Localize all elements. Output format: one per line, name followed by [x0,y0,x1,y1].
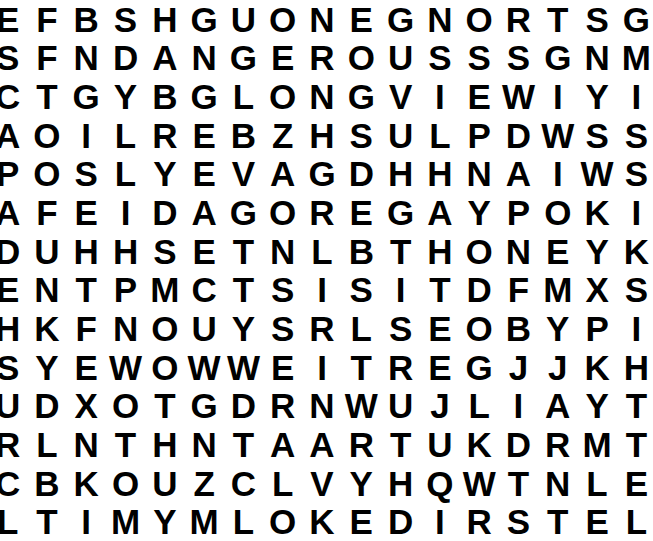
cell-r4c15[interactable]: W [538,116,577,155]
cell-r12c3[interactable]: N [67,425,106,464]
cell-r7c12[interactable]: H [420,232,459,271]
cell-r14c2[interactable]: T [27,502,66,541]
cell-r7c4[interactable]: H [106,232,145,271]
cell-r7c9[interactable]: L [302,232,341,271]
cell-r12c13[interactable]: K [460,425,499,464]
cell-r14c14[interactable]: S [499,502,538,541]
cell-r5c6[interactable]: E [184,155,223,194]
cell-r5c15[interactable]: I [538,155,577,194]
cell-r4c13[interactable]: P [460,116,499,155]
cell-r9c11[interactable]: S [381,309,420,348]
cell-r12c14[interactable]: D [499,425,538,464]
cell-r2c8[interactable]: E [263,39,302,78]
cell-r4c7[interactable]: B [224,116,263,155]
cell-r6c7[interactable]: G [224,193,263,232]
cell-r13c10[interactable]: Y [342,464,381,503]
cell-r14c3[interactable]: I [67,502,106,541]
cell-r13c16[interactable]: L [577,464,616,503]
cell-r8c4[interactable]: P [106,270,145,309]
cell-r1c13[interactable]: O [460,0,499,39]
cell-r9c9[interactable]: R [302,309,341,348]
cell-r12c7[interactable]: T [224,425,263,464]
cell-r14c8[interactable]: O [263,502,302,541]
cell-r8c9[interactable]: I [302,270,341,309]
cell-r9c12[interactable]: E [420,309,459,348]
cell-r10c10[interactable]: T [342,348,381,387]
cell-r9c10[interactable]: L [342,309,381,348]
cell-r12c16[interactable]: M [577,425,616,464]
cell-r14c7[interactable]: L [224,502,263,541]
cell-r10c2[interactable]: Y [27,348,66,387]
cell-r7c5[interactable]: S [145,232,184,271]
cell-r14c17[interactable]: L [617,502,653,541]
cell-r13c11[interactable]: H [381,464,420,503]
cell-r3c1[interactable]: C [0,77,27,116]
cell-r2c5[interactable]: A [145,39,184,78]
cell-r3c8[interactable]: O [263,77,302,116]
cell-r1c16[interactable]: S [577,0,616,39]
cell-r13c3[interactable]: K [67,464,106,503]
cell-r13c6[interactable]: Z [184,464,223,503]
cell-r2c1[interactable]: S [0,39,27,78]
cell-r11c11[interactable]: U [381,386,420,425]
cell-r13c1[interactable]: C [0,464,27,503]
cell-r6c15[interactable]: O [538,193,577,232]
cell-r6c10[interactable]: E [342,193,381,232]
cell-r8c17[interactable]: S [617,270,653,309]
cell-r4c8[interactable]: Z [263,116,302,155]
cell-r4c9[interactable]: H [302,116,341,155]
cell-r5c3[interactable]: S [67,155,106,194]
cell-r8c16[interactable]: X [577,270,616,309]
cell-r3c5[interactable]: B [145,77,184,116]
cell-r11c4[interactable]: O [106,386,145,425]
cell-r12c15[interactable]: R [538,425,577,464]
cell-r7c15[interactable]: E [538,232,577,271]
cell-r13c12[interactable]: Q [420,464,459,503]
cell-r8c10[interactable]: S [342,270,381,309]
cell-r3c2[interactable]: T [27,77,66,116]
cell-r11c10[interactable]: W [342,386,381,425]
cell-r9c4[interactable]: N [106,309,145,348]
cell-r4c12[interactable]: L [420,116,459,155]
cell-r8c15[interactable]: M [538,270,577,309]
cell-r4c4[interactable]: L [106,116,145,155]
cell-r1c7[interactable]: U [224,0,263,39]
cell-r11c8[interactable]: R [263,386,302,425]
cell-r12c10[interactable]: R [342,425,381,464]
cell-r10c11[interactable]: R [381,348,420,387]
cell-r11c16[interactable]: Y [577,386,616,425]
cell-r1c2[interactable]: F [27,0,66,39]
cell-r10c15[interactable]: J [538,348,577,387]
cell-r9c7[interactable]: Y [224,309,263,348]
cell-r9c15[interactable]: Y [538,309,577,348]
cell-r6c11[interactable]: G [381,193,420,232]
cell-r12c4[interactable]: T [106,425,145,464]
cell-r7c2[interactable]: U [27,232,66,271]
cell-r7c8[interactable]: N [263,232,302,271]
cell-r3c7[interactable]: L [224,77,263,116]
cell-r6c4[interactable]: I [106,193,145,232]
cell-r14c12[interactable]: I [420,502,459,541]
cell-r4c1[interactable]: A [0,116,27,155]
cell-r4c17[interactable]: S [617,116,653,155]
cell-r9c8[interactable]: S [263,309,302,348]
cell-r5c1[interactable]: P [0,155,27,194]
cell-r12c1[interactable]: R [0,425,27,464]
cell-r11c1[interactable]: U [0,386,27,425]
cell-r2c13[interactable]: S [460,39,499,78]
cell-r13c9[interactable]: V [302,464,341,503]
cell-r9c16[interactable]: P [577,309,616,348]
cell-r14c10[interactable]: E [342,502,381,541]
cell-r9c5[interactable]: O [145,309,184,348]
cell-r1c5[interactable]: H [145,0,184,39]
cell-r12c6[interactable]: N [184,425,223,464]
cell-r5c8[interactable]: A [263,155,302,194]
cell-r2c15[interactable]: G [538,39,577,78]
cell-r2c2[interactable]: F [27,39,66,78]
cell-r13c13[interactable]: W [460,464,499,503]
cell-r10c5[interactable]: O [145,348,184,387]
cell-r6c3[interactable]: E [67,193,106,232]
cell-r5c11[interactable]: H [381,155,420,194]
word-search-board: EFBSHGUONEGNORTSGSFNDANGEROUSSSGNMCTGYBG… [0,0,653,541]
cell-r13c17[interactable]: E [617,464,653,503]
cell-r8c8[interactable]: S [263,270,302,309]
cell-r2c16[interactable]: N [577,39,616,78]
cell-r2c4[interactable]: D [106,39,145,78]
cell-r4c6[interactable]: E [184,116,223,155]
cell-r13c7[interactable]: C [224,464,263,503]
cell-r3c15[interactable]: I [538,77,577,116]
cell-r14c13[interactable]: R [460,502,499,541]
cell-r3c13[interactable]: E [460,77,499,116]
cell-r2c9[interactable]: R [302,39,341,78]
cell-r5c9[interactable]: G [302,155,341,194]
cell-r14c11[interactable]: D [381,502,420,541]
cell-r6c13[interactable]: Y [460,193,499,232]
cell-r11c14[interactable]: I [499,386,538,425]
cell-r5c16[interactable]: W [577,155,616,194]
cell-r12c17[interactable]: T [617,425,653,464]
cell-r6c1[interactable]: A [0,193,27,232]
cell-r5c10[interactable]: D [342,155,381,194]
cell-r13c15[interactable]: N [538,464,577,503]
cell-r10c1[interactable]: S [0,348,27,387]
cell-r8c7[interactable]: T [224,270,263,309]
cell-r9c2[interactable]: K [27,309,66,348]
cell-r14c16[interactable]: E [577,502,616,541]
cell-r2c7[interactable]: G [224,39,263,78]
cell-r2c12[interactable]: S [420,39,459,78]
cell-r8c12[interactable]: T [420,270,459,309]
cell-r12c5[interactable]: H [145,425,184,464]
cell-r6c16[interactable]: K [577,193,616,232]
cell-r3c16[interactable]: Y [577,77,616,116]
cell-r9c17[interactable]: I [617,309,653,348]
cell-r10c16[interactable]: K [577,348,616,387]
cell-r10c4[interactable]: W [106,348,145,387]
cell-r6c17[interactable]: I [617,193,653,232]
cell-r7c14[interactable]: N [499,232,538,271]
cell-r6c9[interactable]: R [302,193,341,232]
cell-r6c8[interactable]: O [263,193,302,232]
cell-r12c2[interactable]: L [27,425,66,464]
cell-r8c11[interactable]: I [381,270,420,309]
cell-r10c17[interactable]: H [617,348,653,387]
cell-r4c2[interactable]: O [27,116,66,155]
cell-r5c12[interactable]: H [420,155,459,194]
cell-r1c9[interactable]: N [302,0,341,39]
cell-r14c9[interactable]: K [302,502,341,541]
cell-r4c3[interactable]: I [67,116,106,155]
cell-r12c12[interactable]: U [420,425,459,464]
cell-r8c6[interactable]: C [184,270,223,309]
cell-r11c9[interactable]: N [302,386,341,425]
cell-r4c5[interactable]: R [145,116,184,155]
cell-r12c8[interactable]: A [263,425,302,464]
cell-r5c2[interactable]: O [27,155,66,194]
cell-r11c15[interactable]: A [538,386,577,425]
cell-r7c3[interactable]: H [67,232,106,271]
cell-r4c14[interactable]: D [499,116,538,155]
cell-r10c7[interactable]: W [224,348,263,387]
cell-r7c11[interactable]: T [381,232,420,271]
cell-r6c6[interactable]: A [184,193,223,232]
cell-r13c4[interactable]: O [106,464,145,503]
cell-r3c14[interactable]: W [499,77,538,116]
cell-r8c14[interactable]: F [499,270,538,309]
cell-r10c13[interactable]: G [460,348,499,387]
cell-r7c10[interactable]: B [342,232,381,271]
cell-r1c10[interactable]: E [342,0,381,39]
cell-r1c15[interactable]: T [538,0,577,39]
cell-r1c1[interactable]: E [0,0,27,39]
cell-r4c16[interactable]: S [577,116,616,155]
cell-r11c17[interactable]: T [617,386,653,425]
cell-r2c6[interactable]: N [184,39,223,78]
cell-r9c1[interactable]: H [0,309,27,348]
cell-r3c3[interactable]: G [67,77,106,116]
cell-r14c6[interactable]: M [184,502,223,541]
cell-r6c14[interactable]: P [499,193,538,232]
cell-r13c8[interactable]: L [263,464,302,503]
cell-r2c10[interactable]: O [342,39,381,78]
cell-r7c17[interactable]: K [617,232,653,271]
cell-r3c17[interactable]: I [617,77,653,116]
cell-r5c7[interactable]: V [224,155,263,194]
cell-r4c10[interactable]: S [342,116,381,155]
cell-r14c4[interactable]: M [106,502,145,541]
cell-r11c3[interactable]: X [67,386,106,425]
cell-r2c17[interactable]: M [617,39,653,78]
cell-r1c3[interactable]: B [67,0,106,39]
cell-r5c5[interactable]: Y [145,155,184,194]
cell-r3c4[interactable]: Y [106,77,145,116]
cell-r1c11[interactable]: G [381,0,420,39]
cell-r6c12[interactable]: A [420,193,459,232]
cell-r13c5[interactable]: U [145,464,184,503]
cell-r3c6[interactable]: G [184,77,223,116]
cell-r2c3[interactable]: N [67,39,106,78]
cell-r13c14[interactable]: T [499,464,538,503]
cell-r8c5[interactable]: M [145,270,184,309]
cell-r10c9[interactable]: I [302,348,341,387]
cell-r11c6[interactable]: G [184,386,223,425]
cell-r9c6[interactable]: U [184,309,223,348]
cell-r8c2[interactable]: N [27,270,66,309]
cell-r10c14[interactable]: J [499,348,538,387]
cell-r1c8[interactable]: O [263,0,302,39]
cell-r11c12[interactable]: J [420,386,459,425]
cell-r11c7[interactable]: D [224,386,263,425]
cell-r3c10[interactable]: G [342,77,381,116]
cell-r10c6[interactable]: W [184,348,223,387]
cell-r11c2[interactable]: D [27,386,66,425]
cell-r12c11[interactable]: T [381,425,420,464]
cell-r13c2[interactable]: B [27,464,66,503]
cell-r1c12[interactable]: N [420,0,459,39]
cell-r9c13[interactable]: O [460,309,499,348]
cell-r9c3[interactable]: F [67,309,106,348]
cell-r8c1[interactable]: E [0,270,27,309]
cell-r7c1[interactable]: D [0,232,27,271]
cell-r8c13[interactable]: D [460,270,499,309]
cell-r7c7[interactable]: T [224,232,263,271]
cell-r7c16[interactable]: Y [577,232,616,271]
cell-r12c9[interactable]: A [302,425,341,464]
cell-r6c5[interactable]: D [145,193,184,232]
cell-r1c6[interactable]: G [184,0,223,39]
cell-r3c9[interactable]: N [302,77,341,116]
cell-r5c17[interactable]: S [617,155,653,194]
cell-r9c14[interactable]: B [499,309,538,348]
cell-r10c12[interactable]: E [420,348,459,387]
cell-r14c5[interactable]: Y [145,502,184,541]
cell-r3c12[interactable]: I [420,77,459,116]
cell-r5c14[interactable]: A [499,155,538,194]
cell-r7c6[interactable]: E [184,232,223,271]
cell-r2c14[interactable]: S [499,39,538,78]
cell-r14c1[interactable]: L [0,502,27,541]
cell-r8c3[interactable]: T [67,270,106,309]
cell-r1c17[interactable]: G [617,0,653,39]
cell-r4c11[interactable]: U [381,116,420,155]
cell-r11c5[interactable]: T [145,386,184,425]
cell-r5c13[interactable]: N [460,155,499,194]
cell-r10c8[interactable]: E [263,348,302,387]
cell-r7c13[interactable]: O [460,232,499,271]
cell-r1c14[interactable]: R [499,0,538,39]
cell-r3c11[interactable]: V [381,77,420,116]
cell-r14c15[interactable]: T [538,502,577,541]
cell-r1c4[interactable]: S [106,0,145,39]
cell-r11c13[interactable]: L [460,386,499,425]
cell-r6c2[interactable]: F [27,193,66,232]
cell-r10c3[interactable]: E [67,348,106,387]
cell-r2c11[interactable]: U [381,39,420,78]
cell-r5c4[interactable]: L [106,155,145,194]
